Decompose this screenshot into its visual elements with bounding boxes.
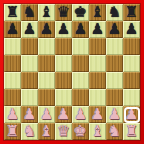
- square-g5[interactable]: [106, 55, 123, 72]
- square-g8[interactable]: ♞: [106, 4, 123, 21]
- piece-black-queen: ♛: [57, 4, 70, 21]
- square-c1[interactable]: ♝: [38, 123, 55, 140]
- square-e6[interactable]: [72, 38, 89, 55]
- square-d6[interactable]: [55, 38, 72, 55]
- square-e3[interactable]: [72, 89, 89, 106]
- square-e5[interactable]: [72, 55, 89, 72]
- square-a2[interactable]: ♟: [4, 106, 21, 123]
- square-f3[interactable]: [89, 89, 106, 106]
- square-a7[interactable]: ♟: [4, 21, 21, 38]
- piece-black-rook: ♜: [6, 4, 19, 21]
- square-a4[interactable]: [4, 72, 21, 89]
- piece-black-knight: ♞: [108, 4, 121, 21]
- piece-black-pawn: ♟: [108, 21, 121, 38]
- square-a6[interactable]: [4, 38, 21, 55]
- square-d7[interactable]: ♟: [55, 21, 72, 38]
- square-e4[interactable]: [72, 72, 89, 89]
- square-c6[interactable]: [38, 38, 55, 55]
- square-f2[interactable]: ♟: [89, 106, 106, 123]
- square-c7[interactable]: ♟: [38, 21, 55, 38]
- square-d1[interactable]: ♛: [55, 123, 72, 140]
- square-e1[interactable]: ♚: [72, 123, 89, 140]
- square-b5[interactable]: [21, 55, 38, 72]
- piece-white-pawn: ♟: [108, 106, 121, 123]
- piece-black-pawn: ♟: [74, 21, 87, 38]
- piece-white-pawn: ♟: [91, 106, 104, 123]
- square-b6[interactable]: [21, 38, 38, 55]
- piece-black-knight: ♞: [23, 4, 36, 21]
- piece-white-king: ♚: [74, 123, 87, 140]
- square-g1[interactable]: ♞: [106, 123, 123, 140]
- square-c2[interactable]: ♟: [38, 106, 55, 123]
- square-h8[interactable]: ♜: [123, 4, 140, 21]
- square-g3[interactable]: [106, 89, 123, 106]
- square-g2[interactable]: ♟: [106, 106, 123, 123]
- piece-black-pawn: ♟: [6, 21, 19, 38]
- piece-black-pawn: ♟: [40, 21, 53, 38]
- piece-white-pawn: ♟: [74, 106, 87, 123]
- piece-white-rook: ♜: [125, 123, 138, 140]
- square-h2[interactable]: ♟: [123, 106, 140, 123]
- square-g4[interactable]: [106, 72, 123, 89]
- square-c3[interactable]: [38, 89, 55, 106]
- square-a8[interactable]: ♜: [4, 4, 21, 21]
- piece-white-rook: ♜: [6, 123, 19, 140]
- square-e2[interactable]: ♟: [72, 106, 89, 123]
- square-d3[interactable]: [55, 89, 72, 106]
- piece-black-rook: ♜: [125, 4, 138, 21]
- square-h4[interactable]: [123, 72, 140, 89]
- piece-white-pawn: ♟: [125, 106, 138, 123]
- square-e7[interactable]: ♟: [72, 21, 89, 38]
- piece-black-pawn: ♟: [57, 21, 70, 38]
- piece-white-bishop: ♝: [91, 123, 104, 140]
- square-h5[interactable]: [123, 55, 140, 72]
- square-c8[interactable]: ♝: [38, 4, 55, 21]
- square-f1[interactable]: ♝: [89, 123, 106, 140]
- square-b3[interactable]: [21, 89, 38, 106]
- piece-white-pawn: ♟: [23, 106, 36, 123]
- square-b7[interactable]: ♟: [21, 21, 38, 38]
- square-d8[interactable]: ♛: [55, 4, 72, 21]
- square-a1[interactable]: ♜: [4, 123, 21, 140]
- piece-black-pawn: ♟: [91, 21, 104, 38]
- piece-black-pawn: ♟: [23, 21, 36, 38]
- piece-white-knight: ♞: [108, 123, 121, 140]
- square-f7[interactable]: ♟: [89, 21, 106, 38]
- square-c5[interactable]: [38, 55, 55, 72]
- square-b8[interactable]: ♞: [21, 4, 38, 21]
- piece-white-knight: ♞: [23, 123, 36, 140]
- piece-white-pawn: ♟: [6, 106, 19, 123]
- square-g6[interactable]: [106, 38, 123, 55]
- piece-black-king: ♚: [74, 4, 87, 21]
- square-d5[interactable]: [55, 55, 72, 72]
- square-h1[interactable]: ♜: [123, 123, 140, 140]
- square-a3[interactable]: [4, 89, 21, 106]
- square-f4[interactable]: [89, 72, 106, 89]
- square-f5[interactable]: [89, 55, 106, 72]
- square-b4[interactable]: [21, 72, 38, 89]
- board-frame: ♜♞♝♛♚♝♞♜♟♟♟♟♟♟♟♟♟♟♟♟♟♟♟♟♜♞♝♛♚♝♞♜: [0, 0, 144, 144]
- square-f6[interactable]: [89, 38, 106, 55]
- square-a5[interactable]: [4, 55, 21, 72]
- selected-square-highlight: [124, 107, 140, 123]
- square-c4[interactable]: [38, 72, 55, 89]
- piece-black-bishop: ♝: [91, 4, 104, 21]
- square-h7[interactable]: ♟: [123, 21, 140, 38]
- square-e8[interactable]: ♚: [72, 4, 89, 21]
- square-g7[interactable]: ♟: [106, 21, 123, 38]
- piece-white-pawn: ♟: [40, 106, 53, 123]
- square-f8[interactable]: ♝: [89, 4, 106, 21]
- square-b1[interactable]: ♞: [21, 123, 38, 140]
- square-d4[interactable]: [55, 72, 72, 89]
- square-b2[interactable]: ♟: [21, 106, 38, 123]
- piece-white-pawn: ♟: [57, 106, 70, 123]
- piece-white-bishop: ♝: [40, 123, 53, 140]
- piece-white-queen: ♛: [57, 123, 70, 140]
- piece-black-pawn: ♟: [125, 21, 138, 38]
- piece-black-bishop: ♝: [40, 4, 53, 21]
- square-h6[interactable]: [123, 38, 140, 55]
- square-d2[interactable]: ♟: [55, 106, 72, 123]
- chess-board: ♜♞♝♛♚♝♞♜♟♟♟♟♟♟♟♟♟♟♟♟♟♟♟♟♜♞♝♛♚♝♞♜: [4, 4, 140, 140]
- square-h3[interactable]: [123, 89, 140, 106]
